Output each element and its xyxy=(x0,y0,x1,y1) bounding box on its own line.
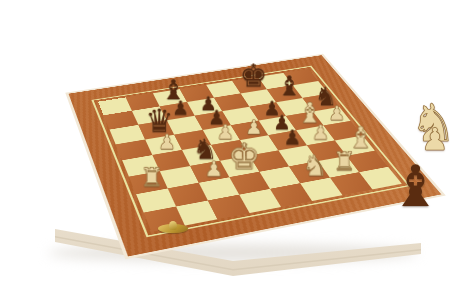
board-frame: ♝♚♟♟♝♛♟♟♞♟♟♟♟♝♟♞♟♟♜♟♚♝♞♜ xyxy=(91,66,410,237)
dark-bishop-c8: ♝ xyxy=(161,76,185,103)
chess-board: ♝♚♟♟♝♛♟♟♞♟♟♟♟♝♟♞♟♟♜♟♚♝♞♜ xyxy=(65,54,446,260)
latch-knob xyxy=(169,221,177,230)
offboard-light-pawn: ♟ xyxy=(421,124,449,155)
offboard-dark-bishop: ♝ xyxy=(390,158,441,215)
light-pawn-g4: ♟ xyxy=(312,122,330,142)
board-squares: ♝♚♟♟♝♛♟♟♞♟♟♟♟♝♟♞♟♟♜♟♚♝♞♜ xyxy=(98,69,402,232)
square-h3: ♝ xyxy=(335,136,375,156)
square-c4: ♞ xyxy=(182,145,220,166)
brass-latch-icon xyxy=(158,221,188,235)
chess-set-photo: ♝♚♟♟♝♛♟♟♞♟♟♟♟♝♟♞♟♟♜♟♚♝♞♜ ♞ ♟ ♝ xyxy=(0,0,458,282)
square-h4 xyxy=(324,121,363,140)
